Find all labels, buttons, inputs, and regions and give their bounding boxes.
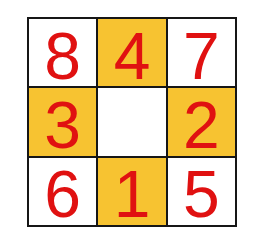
- puzzle-canvas: 84732615: [0, 0, 266, 252]
- cell-r2c1: 3: [29, 88, 96, 155]
- board-grid: 84732615: [27, 17, 237, 227]
- cell-r3c3: 5: [168, 158, 235, 225]
- digit: 1: [114, 161, 151, 225]
- digit: 5: [183, 161, 220, 225]
- digit: 2: [183, 92, 220, 156]
- digit: 3: [44, 92, 81, 156]
- cell-r1c1: 8: [29, 19, 96, 86]
- digit: 7: [183, 23, 220, 87]
- cell-r2c2-empty: [98, 88, 165, 155]
- cell-r2c3: 2: [168, 88, 235, 155]
- cell-r3c1: 6: [29, 158, 96, 225]
- cell-r3c2: 1: [98, 158, 165, 225]
- cell-r1c2: 4: [98, 19, 165, 86]
- digit: 8: [44, 23, 81, 87]
- digit: 4: [114, 23, 151, 87]
- digit: 6: [44, 161, 81, 225]
- cell-r1c3: 7: [168, 19, 235, 86]
